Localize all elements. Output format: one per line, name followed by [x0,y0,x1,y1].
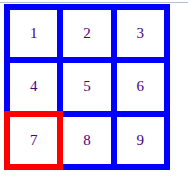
grid-cell-2[interactable]: 2 [63,10,110,57]
grid-cell-6[interactable]: 6 [117,63,164,110]
grid-cell-1[interactable]: 1 [10,10,57,57]
grid-cell-4[interactable]: 4 [10,63,57,110]
grid-cell-7-selected[interactable]: 7 [10,117,57,164]
grid-cell-9[interactable]: 9 [117,117,164,164]
number-grid-board: 1 2 3 4 5 6 7 8 9 [4,4,170,170]
grid-cell-5[interactable]: 5 [63,63,110,110]
grid-cell-8[interactable]: 8 [63,117,110,164]
window-top-hairline [0,2,188,3]
grid-cell-3[interactable]: 3 [117,10,164,57]
